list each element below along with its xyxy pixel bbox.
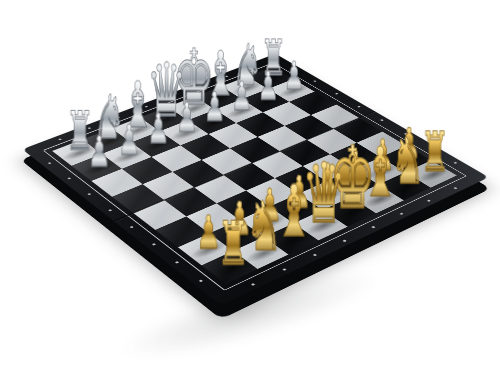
rivet-dot bbox=[312, 254, 317, 257]
rivet-dot bbox=[174, 261, 179, 264]
rivet-dot bbox=[47, 162, 51, 164]
rivet-dot bbox=[198, 279, 203, 282]
scene: ♜♞♝♛♚♝♞♜♟♟♟♟♟♟♟♟♟♟♟♟♟♟♟♟♜♞♝♛♚♝♞♜ bbox=[0, 0, 500, 365]
rivet-dot bbox=[250, 283, 255, 286]
rivet-dot bbox=[66, 177, 70, 179]
rivet-dot bbox=[379, 119, 383, 121]
rivet-dot bbox=[399, 212, 403, 214]
rivet-dot bbox=[312, 80, 316, 82]
rivet-dot bbox=[356, 106, 360, 108]
rivet-dot bbox=[87, 193, 91, 195]
rivet-dot bbox=[453, 162, 457, 164]
rivet-dot bbox=[371, 226, 376, 229]
chess-board: ♜♞♝♛♚♝♞♜♟♟♟♟♟♟♟♟♟♟♟♟♟♟♟♟♜♞♝♛♚♝♞♜ bbox=[22, 54, 489, 306]
product-photo: ♜♞♝♛♚♝♞♜♟♟♟♟♟♟♟♟♟♟♟♟♟♟♟♟♜♞♝♛♚♝♞♜ bbox=[0, 0, 500, 365]
rivet-dot bbox=[291, 68, 295, 70]
rivet-dot bbox=[129, 226, 133, 229]
rivet-dot bbox=[281, 268, 286, 271]
rivet-dot bbox=[403, 133, 407, 135]
rivet-dot bbox=[250, 66, 254, 68]
rivet-dot bbox=[453, 187, 457, 189]
rivet-dot bbox=[427, 147, 431, 149]
rivet-dot bbox=[144, 106, 148, 108]
rivet-dot bbox=[87, 127, 91, 129]
rivet-dot bbox=[116, 116, 120, 118]
rivet-dot bbox=[224, 75, 228, 77]
rivet-dot bbox=[171, 95, 175, 97]
rivet-dot bbox=[57, 138, 61, 140]
rivet-dot bbox=[426, 199, 430, 201]
rivet-dot bbox=[151, 243, 156, 246]
rivet-dot bbox=[107, 209, 111, 211]
rivet-dot bbox=[342, 240, 347, 243]
rivet-dot bbox=[334, 93, 338, 95]
rivet-dot bbox=[198, 85, 202, 87]
